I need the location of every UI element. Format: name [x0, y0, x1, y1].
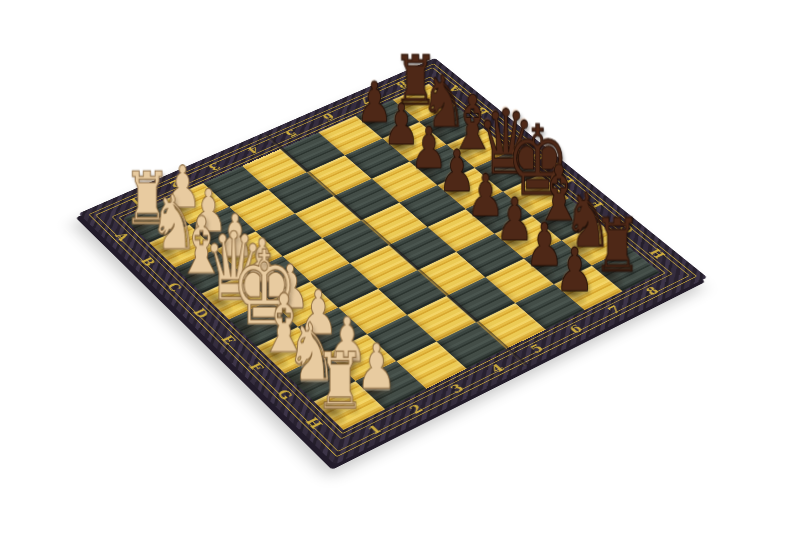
board-grid: ♜♞♝♛♚♝♞♜♟♟♟♟♟♟♟♟♟♟♟♟♟♟♟♟♜♞♝♛♚♝♞♜ — [124, 84, 660, 430]
black-pawn-h7[interactable]: ♟ — [554, 243, 596, 300]
square-e4[interactable] — [350, 245, 418, 289]
chess-board: ♜♞♝♛♚♝♞♜♟♟♟♟♟♟♟♟♟♟♟♟♟♟♟♟♜♞♝♛♚♝♞♜ ABCDEFG… — [79, 58, 708, 465]
photo-canvas: ♜♞♝♛♚♝♞♜♟♟♟♟♟♟♟♟♟♟♟♟♟♟♟♟♜♞♝♛♚♝♞♜ ABCDEFG… — [0, 0, 800, 533]
black-rook-h8[interactable]: ♜ — [593, 212, 634, 282]
white-rook-h1[interactable]: ♜ — [315, 345, 359, 419]
